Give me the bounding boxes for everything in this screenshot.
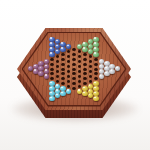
board-hole[interactable] [94,72,97,75]
board-hole[interactable] [94,63,97,66]
board-hole[interactable] [94,77,97,80]
marble-green[interactable] [82,47,88,52]
board-hole[interactable] [50,58,53,61]
board-hole[interactable] [67,75,70,78]
board-hole[interactable] [78,50,81,53]
board-hole[interactable] [56,55,59,58]
board-hole[interactable] [78,85,81,88]
marble-white-gray[interactable] [115,66,121,71]
board-hole[interactable] [72,68,75,71]
hole-grid [17,28,131,110]
board-hole[interactable] [67,70,70,73]
board-hole[interactable] [72,87,75,90]
board-hole[interactable] [78,70,81,73]
marble-dark-blue[interactable] [60,47,66,52]
marble-dark-blue[interactable] [66,44,72,49]
board-hole[interactable] [56,75,59,78]
board-hole[interactable] [83,77,86,80]
marble-cyan[interactable] [66,89,72,94]
board-hole[interactable] [89,75,92,78]
board-hole[interactable] [50,68,53,71]
board-hole[interactable] [72,48,75,51]
board-hole[interactable] [61,82,64,85]
board-hole[interactable] [56,80,59,83]
marble-green[interactable] [93,52,99,57]
marble-yellow[interactable] [82,91,88,96]
board-hole[interactable] [50,77,53,80]
chinese-checkers-photo [0,0,150,150]
board-hole[interactable] [61,72,64,75]
board-hole[interactable] [56,65,59,68]
board-hole[interactable] [72,58,75,61]
board-hole[interactable] [83,82,86,85]
board-hole[interactable] [89,65,92,68]
board-hole[interactable] [67,50,70,53]
chinese-checkers-board [17,28,131,110]
board-hole[interactable] [61,77,64,80]
board-hole[interactable] [61,63,64,66]
board-hole[interactable] [94,58,97,61]
board-hole[interactable] [83,58,86,61]
board-hole[interactable] [89,80,92,83]
board-hole[interactable] [72,77,75,80]
board-hole[interactable] [67,85,70,88]
board-hole[interactable] [67,60,70,63]
board-hole[interactable] [78,60,81,63]
marble-green[interactable] [93,47,99,52]
board-hole[interactable] [78,75,81,78]
board-hole[interactable] [83,53,86,56]
board-hole[interactable] [61,58,64,61]
board-hole[interactable] [72,82,75,85]
board-hole[interactable] [56,70,59,73]
marble-cyan[interactable] [49,96,55,101]
board-hole[interactable] [89,55,92,58]
board-hole[interactable] [89,60,92,63]
board-hole[interactable] [56,60,59,63]
board-hole[interactable] [83,68,86,71]
marble-white-gray[interactable] [109,69,115,74]
board-hole[interactable] [94,68,97,71]
board-hole[interactable] [72,53,75,56]
board-hole[interactable] [67,55,70,58]
board-hole[interactable] [89,70,92,73]
board-hole[interactable] [67,80,70,83]
board-hole[interactable] [50,72,53,75]
board-hole[interactable] [78,65,81,68]
board-hole[interactable] [78,55,81,58]
board-hole[interactable] [78,80,81,83]
marble-yellow[interactable] [93,96,99,101]
board-hole[interactable] [61,53,64,56]
board-hole[interactable] [61,68,64,71]
board-hole[interactable] [72,72,75,75]
board-hole[interactable] [83,63,86,66]
board-hole[interactable] [83,72,86,75]
board-hole[interactable] [72,63,75,66]
marble-purple[interactable] [44,74,50,79]
board-hole[interactable] [50,63,53,66]
board-hole[interactable] [67,65,70,68]
